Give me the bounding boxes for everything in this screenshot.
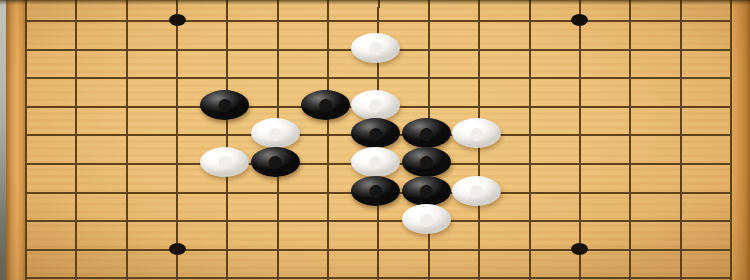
intersection-1-3[interactable]	[51, 7, 101, 36]
intersection-3-8[interactable]	[152, 150, 202, 179]
intersection-7-8[interactable]: ●	[353, 150, 403, 179]
star-point	[571, 14, 588, 26]
intersection-11-10[interactable]	[555, 207, 605, 236]
intersection-5-6[interactable]	[253, 92, 303, 121]
intersection-10-4[interactable]	[504, 35, 554, 64]
intersection-10-12[interactable]	[504, 264, 554, 280]
intersection-14-10[interactable]	[706, 207, 750, 236]
intersection-14-9[interactable]	[706, 178, 750, 207]
intersection-10-6[interactable]	[504, 92, 554, 121]
intersection-8-12[interactable]	[404, 264, 454, 280]
intersection-6-10[interactable]	[303, 207, 353, 236]
intersection-2-9[interactable]	[102, 178, 152, 207]
intersection-7-12[interactable]	[353, 264, 403, 280]
intersection-1-9[interactable]	[51, 178, 101, 207]
intersection-3-12[interactable]	[152, 264, 202, 280]
white-stone: ●	[200, 147, 249, 177]
intersection-3-3[interactable]	[152, 7, 202, 36]
star-point	[169, 14, 186, 26]
intersection-8-10[interactable]: ●	[404, 207, 454, 236]
intersection-7-11[interactable]	[353, 235, 403, 264]
white-stone: ●	[452, 176, 501, 206]
intersection-4-7[interactable]	[202, 121, 252, 150]
intersection-12-5[interactable]	[605, 64, 655, 93]
intersection-12-6[interactable]	[605, 92, 655, 121]
intersection-8-6[interactable]	[404, 92, 454, 121]
intersection-13-4[interactable]	[655, 35, 705, 64]
intersection-1-10[interactable]	[51, 207, 101, 236]
intersection-12-12[interactable]	[605, 264, 655, 280]
intersection-10-10[interactable]	[504, 207, 554, 236]
white-stone: ●	[351, 90, 400, 120]
intersection-14-4[interactable]	[706, 35, 750, 64]
intersection-8-3[interactable]	[404, 7, 454, 36]
intersection-1-6[interactable]	[51, 92, 101, 121]
intersection-4-11[interactable]	[202, 235, 252, 264]
intersection-11-4[interactable]	[555, 35, 605, 64]
intersection-9-6[interactable]	[454, 92, 504, 121]
intersection-6-9[interactable]	[303, 178, 353, 207]
intersection-12-9[interactable]	[605, 178, 655, 207]
white-stone: ●	[351, 147, 400, 177]
intersection-6-8[interactable]	[303, 150, 353, 179]
intersection-8-4[interactable]	[404, 35, 454, 64]
intersection-4-5[interactable]	[202, 64, 252, 93]
intersection-6-3[interactable]	[303, 7, 353, 36]
intersection-4-8[interactable]: ●	[202, 150, 252, 179]
intersection-11-9[interactable]	[555, 178, 605, 207]
intersection-9-8[interactable]	[454, 150, 504, 179]
white-stone: ●	[452, 118, 501, 148]
intersection-4-4[interactable]	[202, 35, 252, 64]
intersection-3-10[interactable]	[152, 207, 202, 236]
intersection-0-12[interactable]	[1, 264, 51, 280]
intersection-0-10[interactable]	[1, 207, 51, 236]
intersection-2-7[interactable]	[102, 121, 152, 150]
intersection-2-8[interactable]	[102, 150, 152, 179]
intersection-0-11[interactable]	[1, 235, 51, 264]
black-stone: ●	[351, 118, 400, 148]
intersection-13-5[interactable]	[655, 64, 705, 93]
intersection-5-7[interactable]: ●	[253, 121, 303, 150]
intersection-5-9[interactable]	[253, 178, 303, 207]
intersection-1-5[interactable]	[51, 64, 101, 93]
intersection-5-8[interactable]: ●	[253, 150, 303, 179]
intersection-8-7[interactable]: ●	[404, 121, 454, 150]
intersection-6-5[interactable]	[303, 64, 353, 93]
black-stone: ●	[351, 176, 400, 206]
intersection-3-9[interactable]	[152, 178, 202, 207]
intersection-11-8[interactable]	[555, 150, 605, 179]
intersection-12-3[interactable]	[605, 7, 655, 36]
intersection-13-8[interactable]	[655, 150, 705, 179]
white-stone: ●	[351, 33, 400, 63]
intersection-2-4[interactable]	[102, 35, 152, 64]
intersection-13-11[interactable]	[655, 235, 705, 264]
intersection-1-4[interactable]	[51, 35, 101, 64]
intersection-7-10[interactable]	[353, 207, 403, 236]
intersection-0-9[interactable]	[1, 178, 51, 207]
intersection-0-3[interactable]	[1, 7, 51, 36]
intersection-12-8[interactable]	[605, 150, 655, 179]
board-screenshot: ●●●●●●●●●●●●●●●●	[0, 0, 750, 280]
intersection-10-7[interactable]	[504, 121, 554, 150]
intersection-0-8[interactable]	[1, 150, 51, 179]
intersection-14-8[interactable]	[706, 150, 750, 179]
intersection-12-11[interactable]	[605, 235, 655, 264]
intersection-5-3[interactable]	[253, 7, 303, 36]
intersection-4-10[interactable]	[202, 207, 252, 236]
intersection-9-12[interactable]	[454, 264, 504, 280]
intersection-12-4[interactable]	[605, 35, 655, 64]
intersection-10-5[interactable]	[504, 64, 554, 93]
intersection-7-6[interactable]: ●	[353, 92, 403, 121]
intersection-8-8[interactable]: ●	[404, 150, 454, 179]
intersection-0-4[interactable]	[1, 35, 51, 64]
intersection-5-4[interactable]	[253, 35, 303, 64]
black-stone: ●	[402, 176, 451, 206]
intersection-0-6[interactable]	[1, 92, 51, 121]
star-point	[571, 243, 588, 255]
intersection-1-7[interactable]	[51, 121, 101, 150]
intersection-7-5[interactable]	[353, 64, 403, 93]
intersection-5-11[interactable]	[253, 235, 303, 264]
intersection-8-9[interactable]: ●	[404, 178, 454, 207]
white-stone: ●	[402, 204, 451, 234]
intersection-7-4[interactable]: ●	[353, 35, 403, 64]
intersection-11-3[interactable]	[555, 7, 605, 36]
intersection-13-3[interactable]	[655, 7, 705, 36]
intersection-13-9[interactable]	[655, 178, 705, 207]
intersection-2-3[interactable]	[102, 7, 152, 36]
board-grid: ●●●●●●●●●●●●●●●●	[1, 7, 750, 280]
intersection-4-9[interactable]	[202, 178, 252, 207]
intersection-14-12[interactable]	[706, 264, 750, 280]
intersection-5-10[interactable]	[253, 207, 303, 236]
intersection-13-10[interactable]	[655, 207, 705, 236]
intersection-6-7[interactable]	[303, 121, 353, 150]
intersection-2-10[interactable]	[102, 207, 152, 236]
intersection-0-5[interactable]	[1, 64, 51, 93]
intersection-8-11[interactable]	[404, 235, 454, 264]
intersection-9-10[interactable]	[454, 207, 504, 236]
intersection-9-3[interactable]	[454, 7, 504, 36]
intersection-14-7[interactable]	[706, 121, 750, 150]
intersection-14-6[interactable]	[706, 92, 750, 121]
intersection-12-7[interactable]	[605, 121, 655, 150]
intersection-11-11[interactable]	[555, 235, 605, 264]
intersection-9-11[interactable]	[454, 235, 504, 264]
star-point	[169, 243, 186, 255]
intersection-4-12[interactable]	[202, 264, 252, 280]
intersection-9-5[interactable]	[454, 64, 504, 93]
black-stone: ●	[251, 147, 300, 177]
intersection-2-5[interactable]	[102, 64, 152, 93]
intersection-4-6[interactable]: ●	[202, 92, 252, 121]
intersection-11-12[interactable]	[555, 264, 605, 280]
black-stone: ●	[301, 90, 350, 120]
intersection-7-3[interactable]	[353, 7, 403, 36]
intersection-0-7[interactable]	[1, 121, 51, 150]
intersection-3-6[interactable]	[152, 92, 202, 121]
intersection-13-12[interactable]	[655, 264, 705, 280]
black-stone: ●	[200, 90, 249, 120]
intersection-13-7[interactable]	[655, 121, 705, 150]
intersection-9-7[interactable]: ●	[454, 121, 504, 150]
intersection-10-11[interactable]	[504, 235, 554, 264]
intersection-3-11[interactable]	[152, 235, 202, 264]
intersection-2-11[interactable]	[102, 235, 152, 264]
intersection-6-4[interactable]	[303, 35, 353, 64]
intersection-6-6[interactable]: ●	[303, 92, 353, 121]
intersection-11-5[interactable]	[555, 64, 605, 93]
intersection-13-6[interactable]	[655, 92, 705, 121]
intersection-3-7[interactable]	[152, 121, 202, 150]
intersection-5-5[interactable]	[253, 64, 303, 93]
intersection-2-12[interactable]	[102, 264, 152, 280]
intersection-11-6[interactable]	[555, 92, 605, 121]
intersection-1-8[interactable]	[51, 150, 101, 179]
white-stone: ●	[251, 118, 300, 148]
intersection-10-8[interactable]	[504, 150, 554, 179]
intersection-10-3[interactable]	[504, 7, 554, 36]
intersection-12-10[interactable]	[605, 207, 655, 236]
intersection-14-11[interactable]	[706, 235, 750, 264]
black-stone: ●	[402, 147, 451, 177]
black-stone: ●	[402, 118, 451, 148]
intersection-3-5[interactable]	[152, 64, 202, 93]
intersection-2-6[interactable]	[102, 92, 152, 121]
intersection-9-4[interactable]	[454, 35, 504, 64]
intersection-11-7[interactable]	[555, 121, 605, 150]
intersection-7-7[interactable]: ●	[353, 121, 403, 150]
intersection-1-11[interactable]	[51, 235, 101, 264]
intersection-14-5[interactable]	[706, 64, 750, 93]
intersection-6-11[interactable]	[303, 235, 353, 264]
intersection-3-4[interactable]	[152, 35, 202, 64]
intersection-10-9[interactable]	[504, 178, 554, 207]
intersection-6-12[interactable]	[303, 264, 353, 280]
intersection-9-9[interactable]: ●	[454, 178, 504, 207]
intersection-1-12[interactable]	[51, 264, 101, 280]
intersection-8-5[interactable]	[404, 64, 454, 93]
intersection-7-9[interactable]: ●	[353, 178, 403, 207]
intersection-5-12[interactable]	[253, 264, 303, 280]
intersection-14-3[interactable]	[706, 7, 750, 36]
intersection-4-3[interactable]	[202, 7, 252, 36]
